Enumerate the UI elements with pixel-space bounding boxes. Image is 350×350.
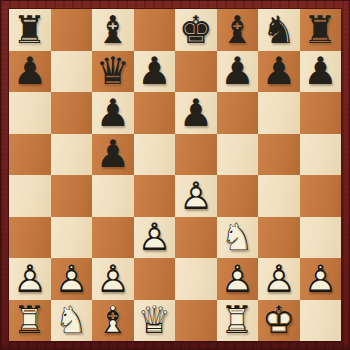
piece-black-pawn: ♟ xyxy=(92,92,134,134)
square-b8[interactable] xyxy=(51,9,93,51)
square-f7[interactable]: ♟ xyxy=(217,51,259,93)
black-piece-glyph: ♟ xyxy=(92,134,134,176)
square-h1[interactable] xyxy=(300,300,342,342)
square-c4[interactable] xyxy=(92,175,134,217)
square-d4[interactable] xyxy=(134,175,176,217)
white-piece-outline-glyph: ♙ xyxy=(258,258,300,300)
square-c5[interactable]: ♟ xyxy=(92,134,134,176)
square-g7[interactable]: ♟ xyxy=(258,51,300,93)
white-piece-outline-glyph: ♙ xyxy=(51,258,93,300)
square-h6[interactable] xyxy=(300,92,342,134)
white-piece-outline-glyph: ♙ xyxy=(9,258,51,300)
square-a1[interactable]: ♜♖ xyxy=(9,300,51,342)
black-piece-glyph: ♞ xyxy=(258,9,300,51)
square-h5[interactable] xyxy=(300,134,342,176)
square-g1[interactable]: ♚♔ xyxy=(258,300,300,342)
white-piece-outline-glyph: ♙ xyxy=(300,258,342,300)
black-piece-glyph: ♟ xyxy=(134,51,176,93)
piece-black-pawn: ♟ xyxy=(217,51,259,93)
white-piece-outline-glyph: ♙ xyxy=(175,175,217,217)
square-f1[interactable]: ♜♖ xyxy=(217,300,259,342)
square-c2[interactable]: ♟♙ xyxy=(92,258,134,300)
white-piece-outline-glyph: ♙ xyxy=(134,217,176,259)
square-h4[interactable] xyxy=(300,175,342,217)
piece-white-pawn: ♟♙ xyxy=(217,258,259,300)
black-piece-glyph: ♟ xyxy=(217,51,259,93)
chess-board: ♜♝♚♝♞♜♟♛♟♟♟♟♟♟♟♟♙♟♙♞♘♟♙♟♙♟♙♟♙♟♙♟♙♜♖♞♘♝♗♛… xyxy=(9,9,341,341)
piece-white-knight: ♞♘ xyxy=(217,217,259,259)
piece-black-pawn: ♟ xyxy=(92,134,134,176)
square-b6[interactable] xyxy=(51,92,93,134)
square-b7[interactable] xyxy=(51,51,93,93)
black-piece-glyph: ♟ xyxy=(300,51,342,93)
square-c7[interactable]: ♛ xyxy=(92,51,134,93)
square-g2[interactable]: ♟♙ xyxy=(258,258,300,300)
piece-white-king: ♚♔ xyxy=(258,300,300,342)
square-d8[interactable] xyxy=(134,9,176,51)
square-b5[interactable] xyxy=(51,134,93,176)
black-piece-glyph: ♟ xyxy=(92,92,134,134)
square-b4[interactable] xyxy=(51,175,93,217)
square-d3[interactable]: ♟♙ xyxy=(134,217,176,259)
square-h7[interactable]: ♟ xyxy=(300,51,342,93)
piece-black-pawn: ♟ xyxy=(175,92,217,134)
square-h3[interactable] xyxy=(300,217,342,259)
square-e8[interactable]: ♚ xyxy=(175,9,217,51)
white-piece-outline-glyph: ♘ xyxy=(51,300,93,342)
black-piece-glyph: ♜ xyxy=(300,9,342,51)
piece-black-pawn: ♟ xyxy=(258,51,300,93)
black-piece-glyph: ♜ xyxy=(9,9,51,51)
piece-black-knight: ♞ xyxy=(258,9,300,51)
square-f4[interactable] xyxy=(217,175,259,217)
black-piece-glyph: ♟ xyxy=(175,92,217,134)
piece-white-bishop: ♝♗ xyxy=(92,300,134,342)
square-b2[interactable]: ♟♙ xyxy=(51,258,93,300)
piece-white-rook: ♜♖ xyxy=(9,300,51,342)
square-e4[interactable]: ♟♙ xyxy=(175,175,217,217)
piece-black-pawn: ♟ xyxy=(9,51,51,93)
white-piece-outline-glyph: ♖ xyxy=(217,300,259,342)
piece-white-pawn: ♟♙ xyxy=(175,175,217,217)
piece-white-pawn: ♟♙ xyxy=(92,258,134,300)
piece-white-rook: ♜♖ xyxy=(217,300,259,342)
square-h2[interactable]: ♟♙ xyxy=(300,258,342,300)
square-a7[interactable]: ♟ xyxy=(9,51,51,93)
square-f2[interactable]: ♟♙ xyxy=(217,258,259,300)
square-g6[interactable] xyxy=(258,92,300,134)
black-piece-glyph: ♛ xyxy=(92,51,134,93)
black-piece-glyph: ♝ xyxy=(92,9,134,51)
square-c8[interactable]: ♝ xyxy=(92,9,134,51)
piece-black-king: ♚ xyxy=(175,9,217,51)
square-b1[interactable]: ♞♘ xyxy=(51,300,93,342)
square-d6[interactable] xyxy=(134,92,176,134)
square-a3[interactable] xyxy=(9,217,51,259)
square-c3[interactable] xyxy=(92,217,134,259)
piece-white-knight: ♞♘ xyxy=(51,300,93,342)
square-e7[interactable] xyxy=(175,51,217,93)
square-f6[interactable] xyxy=(217,92,259,134)
black-piece-glyph: ♟ xyxy=(258,51,300,93)
square-d1[interactable]: ♛♕ xyxy=(134,300,176,342)
square-a5[interactable] xyxy=(9,134,51,176)
square-e3[interactable] xyxy=(175,217,217,259)
piece-black-queen: ♛ xyxy=(92,51,134,93)
piece-white-pawn: ♟♙ xyxy=(51,258,93,300)
square-a6[interactable] xyxy=(9,92,51,134)
white-piece-outline-glyph: ♘ xyxy=(217,217,259,259)
black-piece-glyph: ♟ xyxy=(9,51,51,93)
piece-black-pawn: ♟ xyxy=(300,51,342,93)
black-piece-glyph: ♝ xyxy=(217,9,259,51)
white-piece-outline-glyph: ♔ xyxy=(258,300,300,342)
piece-white-pawn: ♟♙ xyxy=(134,217,176,259)
board-frame: ♜♝♚♝♞♜♟♛♟♟♟♟♟♟♟♟♙♟♙♞♘♟♙♟♙♟♙♟♙♟♙♟♙♜♖♞♘♝♗♛… xyxy=(0,0,350,350)
square-f5[interactable] xyxy=(217,134,259,176)
white-piece-outline-glyph: ♖ xyxy=(9,300,51,342)
square-d7[interactable]: ♟ xyxy=(134,51,176,93)
white-piece-outline-glyph: ♕ xyxy=(134,300,176,342)
piece-white-queen: ♛♕ xyxy=(134,300,176,342)
square-g5[interactable] xyxy=(258,134,300,176)
square-b3[interactable] xyxy=(51,217,93,259)
white-piece-outline-glyph: ♙ xyxy=(92,258,134,300)
square-a2[interactable]: ♟♙ xyxy=(9,258,51,300)
piece-black-pawn: ♟ xyxy=(134,51,176,93)
square-e1[interactable] xyxy=(175,300,217,342)
white-piece-outline-glyph: ♙ xyxy=(217,258,259,300)
square-h8[interactable]: ♜ xyxy=(300,9,342,51)
square-a4[interactable] xyxy=(9,175,51,217)
square-e2[interactable] xyxy=(175,258,217,300)
black-piece-glyph: ♚ xyxy=(175,9,217,51)
piece-black-rook: ♜ xyxy=(9,9,51,51)
square-c1[interactable]: ♝♗ xyxy=(92,300,134,342)
piece-black-bishop: ♝ xyxy=(217,9,259,51)
piece-white-pawn: ♟♙ xyxy=(9,258,51,300)
piece-black-bishop: ♝ xyxy=(92,9,134,51)
piece-black-rook: ♜ xyxy=(300,9,342,51)
square-e6[interactable]: ♟ xyxy=(175,92,217,134)
piece-white-pawn: ♟♙ xyxy=(258,258,300,300)
white-piece-outline-glyph: ♗ xyxy=(92,300,134,342)
square-e5[interactable] xyxy=(175,134,217,176)
square-d2[interactable] xyxy=(134,258,176,300)
square-d5[interactable] xyxy=(134,134,176,176)
square-g8[interactable]: ♞ xyxy=(258,9,300,51)
square-g4[interactable] xyxy=(258,175,300,217)
square-g3[interactable] xyxy=(258,217,300,259)
square-c6[interactable]: ♟ xyxy=(92,92,134,134)
square-a8[interactable]: ♜ xyxy=(9,9,51,51)
square-f8[interactable]: ♝ xyxy=(217,9,259,51)
square-f3[interactable]: ♞♘ xyxy=(217,217,259,259)
piece-white-pawn: ♟♙ xyxy=(300,258,342,300)
